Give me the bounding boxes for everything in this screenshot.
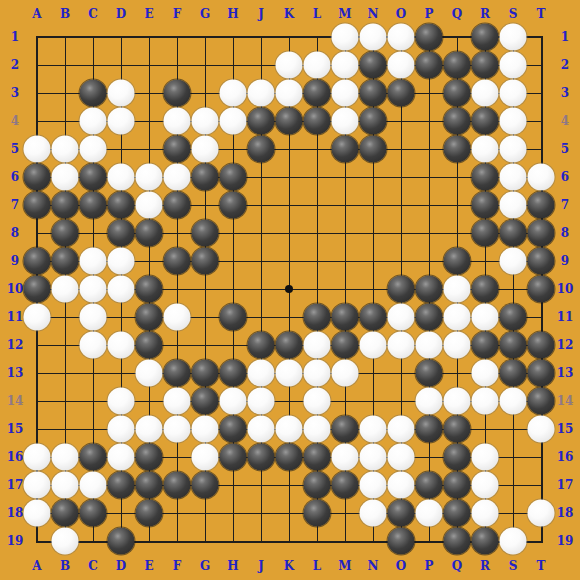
column-label-bottom-K: K bbox=[284, 560, 294, 572]
intersection-P7[interactable] bbox=[415, 191, 443, 219]
intersection-N6[interactable] bbox=[359, 163, 387, 191]
intersection-M14[interactable] bbox=[331, 387, 359, 415]
intersection-K18[interactable] bbox=[275, 499, 303, 527]
column-label-top-C: C bbox=[88, 8, 98, 20]
row-label-left-17: 17 bbox=[7, 479, 24, 491]
row-label-right-8: 8 bbox=[561, 227, 569, 239]
stone-black-P10 bbox=[416, 276, 443, 303]
stone-white-D9 bbox=[108, 248, 135, 275]
stone-white-C17 bbox=[80, 472, 107, 499]
stone-black-A6 bbox=[24, 164, 51, 191]
intersection-P5[interactable] bbox=[415, 135, 443, 163]
intersection-F12[interactable] bbox=[163, 331, 191, 359]
row-label-right-19: 19 bbox=[557, 535, 574, 547]
intersection-D5[interactable] bbox=[107, 135, 135, 163]
intersection-G19[interactable] bbox=[191, 527, 219, 555]
intersection-N9[interactable] bbox=[359, 247, 387, 275]
stone-black-Q19 bbox=[444, 528, 471, 555]
intersection-E2[interactable] bbox=[135, 51, 163, 79]
intersection-J11[interactable] bbox=[247, 303, 275, 331]
stone-black-H7 bbox=[220, 192, 247, 219]
stone-white-B16 bbox=[52, 444, 79, 471]
column-label-bottom-C: C bbox=[88, 560, 98, 572]
stone-white-H4 bbox=[220, 108, 247, 135]
stone-white-C4 bbox=[80, 108, 107, 135]
intersection-G12[interactable] bbox=[191, 331, 219, 359]
intersection-O8[interactable] bbox=[387, 219, 415, 247]
intersection-O4[interactable] bbox=[387, 107, 415, 135]
intersection-Q13[interactable] bbox=[443, 359, 471, 387]
stone-black-N3 bbox=[360, 80, 387, 107]
intersection-C13[interactable] bbox=[79, 359, 107, 387]
stone-black-N11 bbox=[360, 304, 387, 331]
intersection-A8[interactable] bbox=[23, 219, 51, 247]
stone-white-K3 bbox=[276, 80, 303, 107]
intersection-H17[interactable] bbox=[219, 471, 247, 499]
intersection-B1[interactable] bbox=[51, 23, 79, 51]
stone-black-T7 bbox=[528, 192, 555, 219]
stone-white-F15 bbox=[164, 416, 191, 443]
intersection-E3[interactable] bbox=[135, 79, 163, 107]
intersection-N8[interactable] bbox=[359, 219, 387, 247]
stone-black-Q18 bbox=[444, 500, 471, 527]
intersection-A2[interactable] bbox=[23, 51, 51, 79]
intersection-A12[interactable] bbox=[23, 331, 51, 359]
intersection-B12[interactable] bbox=[51, 331, 79, 359]
intersection-P16[interactable] bbox=[415, 443, 443, 471]
stone-black-G14 bbox=[192, 388, 219, 415]
go-board-screenshot: AABBCCDDEEFFGGHHJJKKLLMMNNOOPPQQRRSSTT11… bbox=[0, 0, 580, 580]
intersection-T11[interactable] bbox=[527, 303, 555, 331]
stone-black-T12 bbox=[528, 332, 555, 359]
stone-white-G4 bbox=[192, 108, 219, 135]
stone-white-S7 bbox=[500, 192, 527, 219]
intersection-D13[interactable] bbox=[107, 359, 135, 387]
stone-black-A10 bbox=[24, 276, 51, 303]
stone-white-R18 bbox=[472, 500, 499, 527]
row-label-left-5: 5 bbox=[11, 143, 19, 155]
intersection-A19[interactable] bbox=[23, 527, 51, 555]
stone-black-E8 bbox=[136, 220, 163, 247]
intersection-E14[interactable] bbox=[135, 387, 163, 415]
stone-black-F13 bbox=[164, 360, 191, 387]
stone-white-L12 bbox=[304, 332, 331, 359]
stone-black-N4 bbox=[360, 108, 387, 135]
intersection-D11[interactable] bbox=[107, 303, 135, 331]
intersection-Q1[interactable] bbox=[443, 23, 471, 51]
column-label-bottom-G: G bbox=[200, 560, 210, 572]
intersection-R15[interactable] bbox=[471, 415, 499, 443]
stone-white-E13 bbox=[136, 360, 163, 387]
intersection-P6[interactable] bbox=[415, 163, 443, 191]
stone-white-F6 bbox=[164, 164, 191, 191]
intersection-P4[interactable] bbox=[415, 107, 443, 135]
stone-white-Q10 bbox=[444, 276, 471, 303]
intersection-D1[interactable] bbox=[107, 23, 135, 51]
intersection-H2[interactable] bbox=[219, 51, 247, 79]
stone-white-C12 bbox=[80, 332, 107, 359]
stone-black-L11 bbox=[304, 304, 331, 331]
stone-black-F17 bbox=[164, 472, 191, 499]
intersection-L1[interactable] bbox=[303, 23, 331, 51]
stone-black-T10 bbox=[528, 276, 555, 303]
row-label-left-8: 8 bbox=[11, 227, 19, 239]
stone-black-P1 bbox=[416, 24, 443, 51]
intersection-F1[interactable] bbox=[163, 23, 191, 51]
stone-white-S19 bbox=[500, 528, 527, 555]
intersection-G7[interactable] bbox=[191, 191, 219, 219]
go-board: AABBCCDDEEFFGGHHJJKKLLMMNNOOPPQQRRSSTT11… bbox=[0, 0, 580, 580]
stone-black-N2 bbox=[360, 52, 387, 79]
intersection-B2[interactable] bbox=[51, 51, 79, 79]
stone-black-B8 bbox=[52, 220, 79, 247]
column-label-top-G: G bbox=[200, 8, 210, 20]
intersection-T16[interactable] bbox=[527, 443, 555, 471]
stone-white-Q12 bbox=[444, 332, 471, 359]
intersection-T19[interactable] bbox=[527, 527, 555, 555]
stone-black-E17 bbox=[136, 472, 163, 499]
stone-black-Q3 bbox=[444, 80, 471, 107]
intersection-J17[interactable] bbox=[247, 471, 275, 499]
stone-white-S2 bbox=[500, 52, 527, 79]
intersection-L8[interactable] bbox=[303, 219, 331, 247]
stone-white-K2 bbox=[276, 52, 303, 79]
row-label-left-10: 10 bbox=[7, 283, 24, 295]
intersection-M7[interactable] bbox=[331, 191, 359, 219]
stone-black-S12 bbox=[500, 332, 527, 359]
stone-white-O11 bbox=[388, 304, 415, 331]
stone-white-O12 bbox=[388, 332, 415, 359]
stone-white-A17 bbox=[24, 472, 51, 499]
intersection-A1[interactable] bbox=[23, 23, 51, 51]
intersection-T4[interactable] bbox=[527, 107, 555, 135]
stone-black-P17 bbox=[416, 472, 443, 499]
intersection-H8[interactable] bbox=[219, 219, 247, 247]
stone-black-Q15 bbox=[444, 416, 471, 443]
column-label-top-J: J bbox=[258, 8, 264, 20]
stone-black-C16 bbox=[80, 444, 107, 471]
intersection-G18[interactable] bbox=[191, 499, 219, 527]
stone-white-J14 bbox=[248, 388, 275, 415]
intersection-K11[interactable] bbox=[275, 303, 303, 331]
stone-white-S9 bbox=[500, 248, 527, 275]
intersection-K10[interactable] bbox=[275, 275, 303, 303]
intersection-K9[interactable] bbox=[275, 247, 303, 275]
intersection-N14[interactable] bbox=[359, 387, 387, 415]
intersection-G11[interactable] bbox=[191, 303, 219, 331]
stone-black-M15 bbox=[332, 416, 359, 443]
intersection-R9[interactable] bbox=[471, 247, 499, 275]
intersection-B15[interactable] bbox=[51, 415, 79, 443]
stone-black-M11 bbox=[332, 304, 359, 331]
intersection-F19[interactable] bbox=[163, 527, 191, 555]
intersection-S18[interactable] bbox=[499, 499, 527, 527]
stone-white-S3 bbox=[500, 80, 527, 107]
intersection-K6[interactable] bbox=[275, 163, 303, 191]
stone-white-D6 bbox=[108, 164, 135, 191]
intersection-L7[interactable] bbox=[303, 191, 331, 219]
intersection-A13[interactable] bbox=[23, 359, 51, 387]
intersection-T2[interactable] bbox=[527, 51, 555, 79]
stone-white-S14 bbox=[500, 388, 527, 415]
intersection-J7[interactable] bbox=[247, 191, 275, 219]
intersection-M8[interactable] bbox=[331, 219, 359, 247]
intersection-G3[interactable] bbox=[191, 79, 219, 107]
intersection-H12[interactable] bbox=[219, 331, 247, 359]
stone-white-O2 bbox=[388, 52, 415, 79]
row-label-right-1: 1 bbox=[561, 31, 569, 43]
column-label-bottom-D: D bbox=[116, 560, 126, 572]
intersection-E19[interactable] bbox=[135, 527, 163, 555]
intersection-O13[interactable] bbox=[387, 359, 415, 387]
intersection-D2[interactable] bbox=[107, 51, 135, 79]
intersection-S10[interactable] bbox=[499, 275, 527, 303]
intersection-C8[interactable] bbox=[79, 219, 107, 247]
intersection-O14[interactable] bbox=[387, 387, 415, 415]
intersection-B11[interactable] bbox=[51, 303, 79, 331]
intersection-E4[interactable] bbox=[135, 107, 163, 135]
intersection-E5[interactable] bbox=[135, 135, 163, 163]
intersection-O6[interactable] bbox=[387, 163, 415, 191]
intersection-J10[interactable] bbox=[247, 275, 275, 303]
intersection-L10[interactable] bbox=[303, 275, 331, 303]
intersection-F2[interactable] bbox=[163, 51, 191, 79]
column-label-top-A: A bbox=[32, 8, 41, 20]
intersection-K17[interactable] bbox=[275, 471, 303, 499]
intersection-H10[interactable] bbox=[219, 275, 247, 303]
stone-white-K13 bbox=[276, 360, 303, 387]
intersection-J18[interactable] bbox=[247, 499, 275, 527]
stone-white-A18 bbox=[24, 500, 51, 527]
intersection-P3[interactable] bbox=[415, 79, 443, 107]
intersection-L5[interactable] bbox=[303, 135, 331, 163]
intersection-C1[interactable] bbox=[79, 23, 107, 51]
intersection-Q7[interactable] bbox=[443, 191, 471, 219]
stone-black-L17 bbox=[304, 472, 331, 499]
column-label-top-P: P bbox=[424, 8, 433, 20]
intersection-J19[interactable] bbox=[247, 527, 275, 555]
stone-black-O10 bbox=[388, 276, 415, 303]
intersection-F18[interactable] bbox=[163, 499, 191, 527]
stone-black-H15 bbox=[220, 416, 247, 443]
intersection-H19[interactable] bbox=[219, 527, 247, 555]
intersection-B4[interactable] bbox=[51, 107, 79, 135]
intersection-E9[interactable] bbox=[135, 247, 163, 275]
intersection-A14[interactable] bbox=[23, 387, 51, 415]
intersection-B14[interactable] bbox=[51, 387, 79, 415]
intersection-C19[interactable] bbox=[79, 527, 107, 555]
intersection-H1[interactable] bbox=[219, 23, 247, 51]
intersection-N19[interactable] bbox=[359, 527, 387, 555]
intersection-F10[interactable] bbox=[163, 275, 191, 303]
row-label-right-7: 7 bbox=[561, 199, 569, 211]
stone-black-T14 bbox=[528, 388, 555, 415]
intersection-E1[interactable] bbox=[135, 23, 163, 51]
stone-black-E11 bbox=[136, 304, 163, 331]
row-label-left-18: 18 bbox=[7, 507, 24, 519]
intersection-T5[interactable] bbox=[527, 135, 555, 163]
intersection-B13[interactable] bbox=[51, 359, 79, 387]
stone-black-L3 bbox=[304, 80, 331, 107]
intersection-K7[interactable] bbox=[275, 191, 303, 219]
stone-white-D10 bbox=[108, 276, 135, 303]
stone-white-B17 bbox=[52, 472, 79, 499]
stone-black-J16 bbox=[248, 444, 275, 471]
intersection-P8[interactable] bbox=[415, 219, 443, 247]
stone-white-C11 bbox=[80, 304, 107, 331]
column-label-bottom-A: A bbox=[32, 560, 41, 572]
stone-white-J13 bbox=[248, 360, 275, 387]
intersection-K5[interactable] bbox=[275, 135, 303, 163]
intersection-F8[interactable] bbox=[163, 219, 191, 247]
intersection-T1[interactable] bbox=[527, 23, 555, 51]
column-label-bottom-L: L bbox=[313, 560, 321, 572]
intersection-D18[interactable] bbox=[107, 499, 135, 527]
column-label-bottom-Q: Q bbox=[452, 560, 462, 572]
intersection-K8[interactable] bbox=[275, 219, 303, 247]
intersection-S15[interactable] bbox=[499, 415, 527, 443]
intersection-K19[interactable] bbox=[275, 527, 303, 555]
intersection-L19[interactable] bbox=[303, 527, 331, 555]
stone-black-S13 bbox=[500, 360, 527, 387]
stone-black-B9 bbox=[52, 248, 79, 275]
intersection-M18[interactable] bbox=[331, 499, 359, 527]
column-label-bottom-B: B bbox=[60, 560, 70, 572]
stone-black-H16 bbox=[220, 444, 247, 471]
intersection-C15[interactable] bbox=[79, 415, 107, 443]
row-label-left-2: 2 bbox=[11, 59, 19, 71]
intersection-G2[interactable] bbox=[191, 51, 219, 79]
stone-black-P11 bbox=[416, 304, 443, 331]
intersection-K14[interactable] bbox=[275, 387, 303, 415]
intersection-A4[interactable] bbox=[23, 107, 51, 135]
intersection-N10[interactable] bbox=[359, 275, 387, 303]
intersection-S16[interactable] bbox=[499, 443, 527, 471]
intersection-J8[interactable] bbox=[247, 219, 275, 247]
column-label-top-K: K bbox=[284, 8, 294, 20]
stone-white-O17 bbox=[388, 472, 415, 499]
stone-black-H13 bbox=[220, 360, 247, 387]
intersection-L6[interactable] bbox=[303, 163, 331, 191]
intersection-L9[interactable] bbox=[303, 247, 331, 275]
intersection-C14[interactable] bbox=[79, 387, 107, 415]
stone-white-O1 bbox=[388, 24, 415, 51]
intersection-J2[interactable] bbox=[247, 51, 275, 79]
intersection-S17[interactable] bbox=[499, 471, 527, 499]
intersection-G1[interactable] bbox=[191, 23, 219, 51]
column-label-top-M: M bbox=[338, 8, 351, 20]
intersection-J9[interactable] bbox=[247, 247, 275, 275]
intersection-N13[interactable] bbox=[359, 359, 387, 387]
stone-black-P2 bbox=[416, 52, 443, 79]
intersection-T3[interactable] bbox=[527, 79, 555, 107]
intersection-P19[interactable] bbox=[415, 527, 443, 555]
column-label-top-D: D bbox=[116, 8, 126, 20]
row-label-right-10: 10 bbox=[557, 283, 574, 295]
stone-black-G13 bbox=[192, 360, 219, 387]
intersection-T17[interactable] bbox=[527, 471, 555, 499]
stone-white-A16 bbox=[24, 444, 51, 471]
stone-white-F4 bbox=[164, 108, 191, 135]
intersection-Q8[interactable] bbox=[443, 219, 471, 247]
stone-white-L13 bbox=[304, 360, 331, 387]
stone-black-Q9 bbox=[444, 248, 471, 275]
intersection-O5[interactable] bbox=[387, 135, 415, 163]
stone-black-K12 bbox=[276, 332, 303, 359]
column-label-top-T: T bbox=[537, 8, 546, 20]
intersection-C2[interactable] bbox=[79, 51, 107, 79]
row-label-right-11: 11 bbox=[557, 311, 574, 323]
stone-black-S8 bbox=[500, 220, 527, 247]
intersection-J6[interactable] bbox=[247, 163, 275, 191]
stone-black-C18 bbox=[80, 500, 107, 527]
stone-black-L16 bbox=[304, 444, 331, 471]
stone-white-R14 bbox=[472, 388, 499, 415]
intersection-H5[interactable] bbox=[219, 135, 247, 163]
stone-black-J12 bbox=[248, 332, 275, 359]
column-label-top-H: H bbox=[227, 8, 238, 20]
row-label-right-9: 9 bbox=[561, 255, 569, 267]
intersection-H18[interactable] bbox=[219, 499, 247, 527]
intersection-O7[interactable] bbox=[387, 191, 415, 219]
stone-white-G5 bbox=[192, 136, 219, 163]
intersection-M9[interactable] bbox=[331, 247, 359, 275]
stone-white-J3 bbox=[248, 80, 275, 107]
intersection-J1[interactable] bbox=[247, 23, 275, 51]
column-label-bottom-H: H bbox=[227, 560, 238, 572]
row-label-right-4: 4 bbox=[561, 115, 569, 127]
intersection-M6[interactable] bbox=[331, 163, 359, 191]
stone-white-M13 bbox=[332, 360, 359, 387]
stone-black-A9 bbox=[24, 248, 51, 275]
stone-white-C5 bbox=[80, 136, 107, 163]
stone-white-M2 bbox=[332, 52, 359, 79]
intersection-O9[interactable] bbox=[387, 247, 415, 275]
row-label-right-3: 3 bbox=[561, 87, 569, 99]
row-label-right-17: 17 bbox=[557, 479, 574, 491]
row-label-right-16: 16 bbox=[557, 451, 574, 463]
stone-white-P14 bbox=[416, 388, 443, 415]
intersection-G10[interactable] bbox=[191, 275, 219, 303]
intersection-K1[interactable] bbox=[275, 23, 303, 51]
intersection-F16[interactable] bbox=[163, 443, 191, 471]
intersection-B3[interactable] bbox=[51, 79, 79, 107]
stone-white-S6 bbox=[500, 164, 527, 191]
intersection-M10[interactable] bbox=[331, 275, 359, 303]
stone-black-K4 bbox=[276, 108, 303, 135]
stone-white-R17 bbox=[472, 472, 499, 499]
stone-white-E6 bbox=[136, 164, 163, 191]
stone-black-L18 bbox=[304, 500, 331, 527]
stone-white-G16 bbox=[192, 444, 219, 471]
column-label-top-L: L bbox=[313, 8, 321, 20]
stone-white-M16 bbox=[332, 444, 359, 471]
stone-white-L15 bbox=[304, 416, 331, 443]
stone-white-A11 bbox=[24, 304, 51, 331]
intersection-P9[interactable] bbox=[415, 247, 443, 275]
stone-white-R3 bbox=[472, 80, 499, 107]
intersection-A15[interactable] bbox=[23, 415, 51, 443]
intersection-H9[interactable] bbox=[219, 247, 247, 275]
intersection-M19[interactable] bbox=[331, 527, 359, 555]
stone-black-R10 bbox=[472, 276, 499, 303]
intersection-A3[interactable] bbox=[23, 79, 51, 107]
intersection-N7[interactable] bbox=[359, 191, 387, 219]
intersection-Q6[interactable] bbox=[443, 163, 471, 191]
stone-white-C10 bbox=[80, 276, 107, 303]
stone-black-K16 bbox=[276, 444, 303, 471]
stone-white-T6 bbox=[528, 164, 555, 191]
